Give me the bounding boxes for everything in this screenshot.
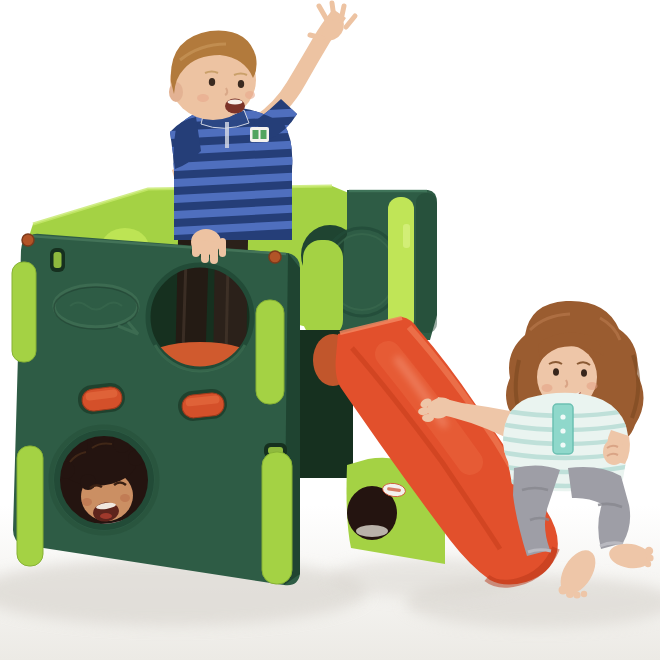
grip-right-panel-right xyxy=(388,197,414,332)
foot-front-right xyxy=(262,452,292,584)
rivet-top-left xyxy=(22,234,34,246)
boy-head xyxy=(169,31,257,120)
foot-front-left xyxy=(17,446,43,566)
boy-placket xyxy=(225,122,229,148)
scene xyxy=(0,0,660,660)
front-slot-top xyxy=(50,248,65,272)
boy-shirt-patch xyxy=(250,127,269,142)
boy-ear xyxy=(169,82,183,102)
grip-front-left xyxy=(12,262,36,362)
girl-right-hand xyxy=(603,439,625,465)
front-panel xyxy=(13,234,300,586)
grip-right-panel-left xyxy=(303,240,343,338)
right-panel-edge xyxy=(416,193,437,333)
product-photo xyxy=(0,0,660,660)
rivet-top-right xyxy=(269,251,281,263)
grip-front-right xyxy=(256,300,284,404)
